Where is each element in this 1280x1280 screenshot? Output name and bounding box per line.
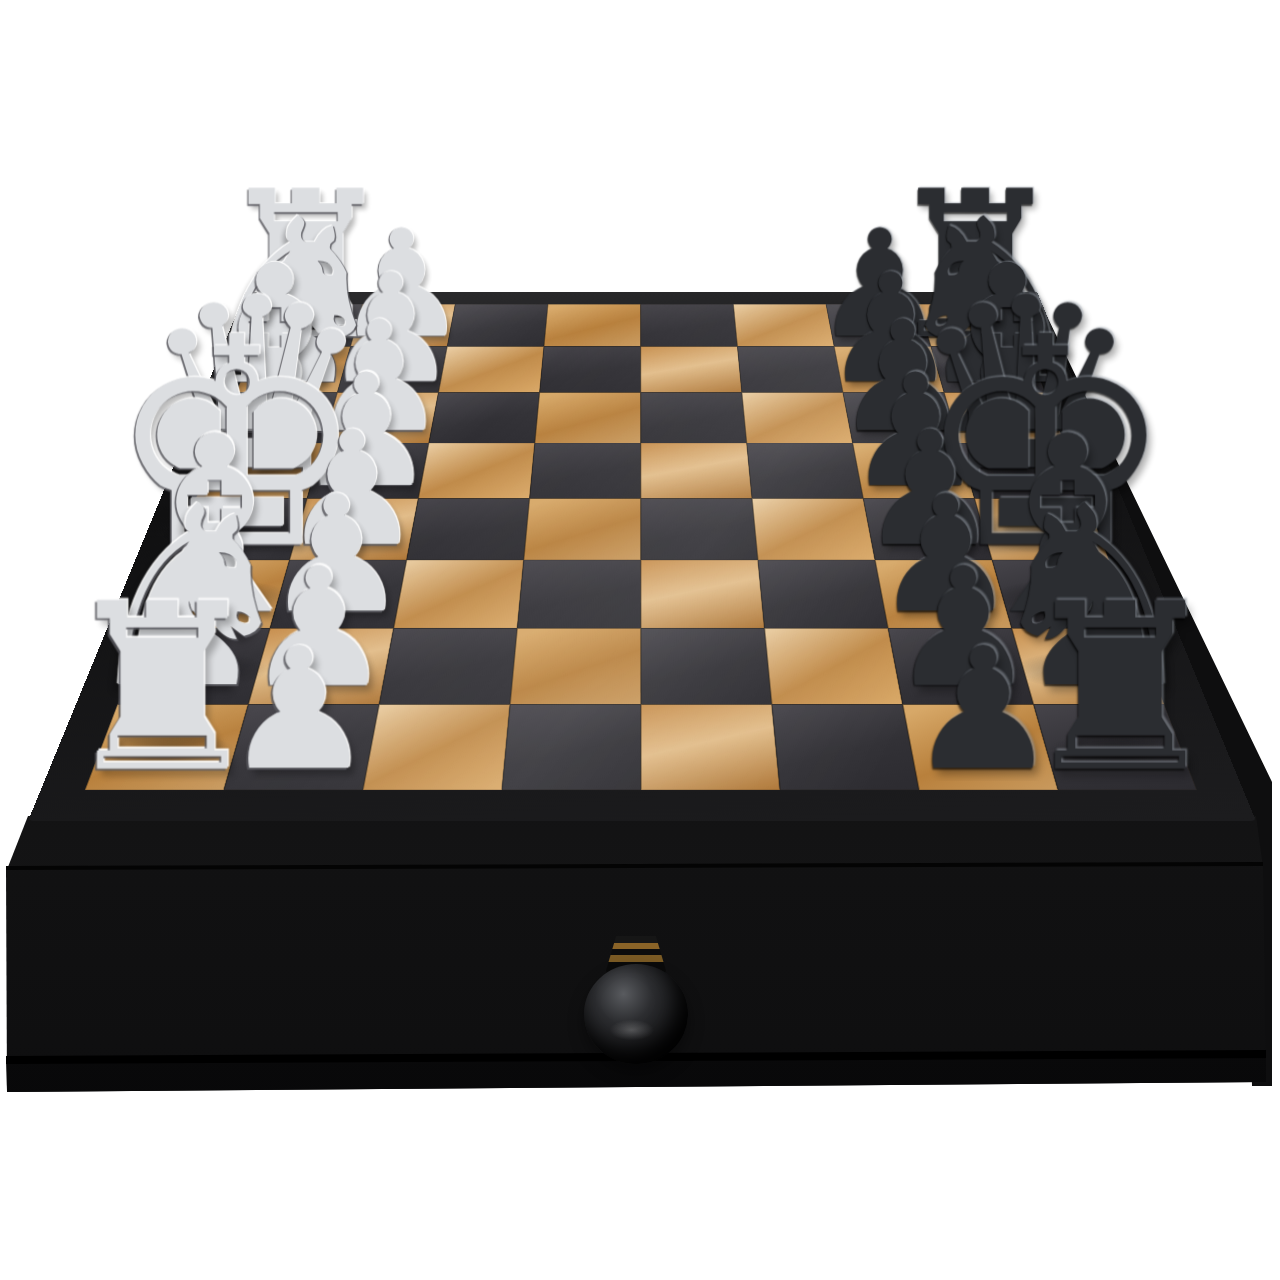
product-scene: ♜♟♟♜♞♟♟♞♝♟♟♝♛♟♟♛♚♟♟♚♝♟♟♝♞♟♟♞♜♟♟♜ <box>0 0 1280 1280</box>
chess-board-plane: ♜♟♟♜♞♟♟♞♝♟♟♝♛♟♟♛♚♟♟♚♝♟♟♝♞♟♟♞♜♟♟♜ <box>28 292 1256 821</box>
board-3d-scene: ♜♟♟♜♞♟♟♞♝♟♟♝♛♟♟♛♚♟♟♚♝♟♟♝♞♟♟♞♜♟♟♜ <box>0 0 1280 1280</box>
